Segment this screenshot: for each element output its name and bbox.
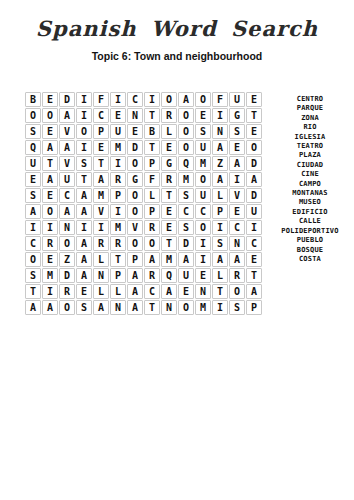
grid-cell[interactable]: R xyxy=(42,236,58,251)
grid-cell[interactable]: L xyxy=(144,188,160,203)
grid-cell[interactable]: I xyxy=(93,220,109,235)
word-list-item: CIUDAD xyxy=(297,161,324,170)
grid-cell[interactable]: N xyxy=(127,108,143,123)
word-list-item: CINE xyxy=(301,170,319,179)
grid-cell[interactable]: T xyxy=(76,172,92,187)
grid-cell[interactable]: A xyxy=(42,172,58,187)
grid-cell[interactable]: S xyxy=(229,124,245,139)
grid-cell[interactable]: N xyxy=(59,220,75,235)
grid-cell[interactable]: Q xyxy=(161,268,177,283)
grid-cell[interactable]: E xyxy=(42,188,58,203)
grid-cell[interactable]: G xyxy=(127,172,143,187)
grid-cell[interactable]: I xyxy=(195,236,211,251)
grid-cell[interactable]: I xyxy=(195,252,211,267)
grid-cell[interactable]: T xyxy=(93,156,109,171)
grid-cell[interactable]: I xyxy=(229,172,245,187)
grid-cell[interactable]: T xyxy=(144,140,160,155)
grid-cell[interactable]: D xyxy=(59,268,75,283)
grid-cell[interactable]: Q xyxy=(25,140,41,155)
word-list-item: RIO xyxy=(303,123,316,132)
grid-cell[interactable]: A xyxy=(246,284,262,299)
grid-cell[interactable]: O xyxy=(42,108,58,123)
grid-cell[interactable]: G xyxy=(229,108,245,123)
grid-cell[interactable]: O xyxy=(25,108,41,123)
grid-cell[interactable]: A xyxy=(42,140,58,155)
page-title: Spanish Word Search xyxy=(0,16,354,41)
grid-cell[interactable]: E xyxy=(195,268,211,283)
grid-cell[interactable]: I xyxy=(110,204,126,219)
grid-cell[interactable]: A xyxy=(127,300,143,315)
grid-cell[interactable]: P xyxy=(127,252,143,267)
grid-cell[interactable]: A xyxy=(127,284,143,299)
grid-cell[interactable]: E xyxy=(42,252,58,267)
grid-cell[interactable]: I xyxy=(25,220,41,235)
word-search-grid: BEDIFICIOAOFUEOOAICENTROEIGTSEVOPUEBLOSN… xyxy=(25,92,262,315)
grid-cell[interactable]: S xyxy=(229,300,245,315)
grid-cell[interactable]: O xyxy=(127,236,143,251)
grid-cell[interactable]: A xyxy=(229,252,245,267)
grid-cell[interactable]: P xyxy=(110,188,126,203)
grid-cell[interactable]: M xyxy=(178,172,194,187)
grid-cell[interactable]: S xyxy=(25,124,41,139)
grid-cell[interactable]: V xyxy=(59,124,75,139)
grid-cell[interactable]: I xyxy=(42,284,58,299)
grid-cell[interactable]: U xyxy=(25,156,41,171)
grid-cell[interactable]: S xyxy=(76,300,92,315)
grid-cell[interactable]: M xyxy=(195,300,211,315)
grid-cell[interactable]: A xyxy=(127,268,143,283)
grid-cell[interactable]: Q xyxy=(178,156,194,171)
grid-cell[interactable]: R xyxy=(93,236,109,251)
grid-cell[interactable]: I xyxy=(212,108,228,123)
grid-cell[interactable]: R xyxy=(229,268,245,283)
grid-cell[interactable]: R xyxy=(110,172,126,187)
grid-cell[interactable]: I xyxy=(76,108,92,123)
grid-cell[interactable]: L xyxy=(93,252,109,267)
grid-cell[interactable]: C xyxy=(144,284,160,299)
grid-cell[interactable]: E xyxy=(178,284,194,299)
grid-cell[interactable]: M xyxy=(93,188,109,203)
grid-cell[interactable]: E xyxy=(246,252,262,267)
grid-cell[interactable]: A xyxy=(93,172,109,187)
grid-cell[interactable]: C xyxy=(127,92,143,107)
grid-cell[interactable]: U xyxy=(229,92,245,107)
grid-cell[interactable]: S xyxy=(25,268,41,283)
grid-cell[interactable]: R xyxy=(161,108,177,123)
grid-cell[interactable]: T xyxy=(144,108,160,123)
word-list-item: BOSQUE xyxy=(297,246,324,255)
grid-cell[interactable]: I xyxy=(110,156,126,171)
grid-cell[interactable]: P xyxy=(246,300,262,315)
grid-cell[interactable]: Z xyxy=(212,156,228,171)
grid-cell[interactable]: S xyxy=(25,188,41,203)
grid-cell[interactable]: E xyxy=(229,204,245,219)
grid-cell[interactable]: A xyxy=(42,300,58,315)
grid-cell[interactable]: O xyxy=(178,108,194,123)
grid-cell[interactable]: R xyxy=(59,284,75,299)
grid-cell[interactable]: S xyxy=(76,156,92,171)
grid-cell[interactable]: A xyxy=(212,140,228,155)
grid-cell[interactable]: E xyxy=(76,284,92,299)
worksheet-page: Spanish Word Search Topic 6: Town and ne… xyxy=(0,0,354,500)
grid-cell[interactable]: E xyxy=(246,92,262,107)
grid-cell[interactable]: C xyxy=(246,236,262,251)
page-subtitle: Topic 6: Town and neighbourhood xyxy=(0,50,354,62)
grid-cell[interactable]: O xyxy=(178,300,194,315)
grid-cell[interactable]: V xyxy=(127,220,143,235)
grid-cell[interactable]: C xyxy=(178,204,194,219)
grid-cell[interactable]: D xyxy=(59,92,75,107)
grid-cell[interactable]: I xyxy=(144,92,160,107)
grid-cell[interactable]: S xyxy=(178,188,194,203)
grid-cell[interactable]: E xyxy=(110,108,126,123)
grid-cell[interactable]: T xyxy=(161,236,177,251)
grid-cell[interactable]: F xyxy=(93,92,109,107)
worksheet-content: BEDIFICIOAOFUEOOAICENTROEIGTSEVOPUEBLOSN… xyxy=(25,92,354,315)
grid-cell[interactable]: O xyxy=(42,204,58,219)
grid-cell[interactable]: I xyxy=(76,140,92,155)
grid-cell[interactable]: B xyxy=(144,124,160,139)
grid-cell[interactable]: S xyxy=(212,236,228,251)
grid-cell[interactable]: D xyxy=(178,236,194,251)
grid-cell[interactable]: F xyxy=(144,172,160,187)
word-list-item: PARQUE xyxy=(297,104,324,113)
word-list-item: EDIFICIO xyxy=(292,208,327,217)
word-list-item: CENTRO xyxy=(297,95,324,104)
grid-cell[interactable]: U xyxy=(195,188,211,203)
grid-cell[interactable]: C xyxy=(195,204,211,219)
word-list-item: PLAZA xyxy=(299,151,321,160)
grid-cell[interactable]: I xyxy=(42,220,58,235)
grid-cell[interactable]: A xyxy=(76,188,92,203)
grid-cell[interactable]: I xyxy=(110,92,126,107)
grid-cell[interactable]: A xyxy=(229,156,245,171)
grid-cell[interactable]: O xyxy=(25,252,41,267)
grid-cell[interactable]: T xyxy=(144,300,160,315)
grid-cell[interactable]: R xyxy=(110,236,126,251)
word-list-item: ZONA xyxy=(301,114,319,123)
grid-cell[interactable]: O xyxy=(59,300,75,315)
grid-cell[interactable]: A xyxy=(178,252,194,267)
grid-cell[interactable]: G xyxy=(161,156,177,171)
grid-cell[interactable]: O xyxy=(59,236,75,251)
grid-cell[interactable]: E xyxy=(161,220,177,235)
word-list-item: CAMPO xyxy=(299,180,321,189)
grid-cell[interactable]: T xyxy=(42,156,58,171)
grid-cell[interactable]: O xyxy=(161,92,177,107)
grid-cell[interactable]: O xyxy=(229,284,245,299)
grid-cell[interactable]: O xyxy=(76,124,92,139)
grid-cell[interactable]: A xyxy=(93,300,109,315)
worksheet-header: Spanish Word Search Topic 6: Town and ne… xyxy=(0,0,354,62)
grid-cell[interactable]: I xyxy=(212,300,228,315)
word-list-item: MONTANAS xyxy=(292,189,327,198)
grid-cell[interactable]: P xyxy=(144,204,160,219)
grid-cell[interactable]: C xyxy=(93,108,109,123)
grid-cell[interactable]: A xyxy=(76,204,92,219)
grid-cell[interactable]: N xyxy=(110,300,126,315)
grid-cell[interactable]: R xyxy=(144,220,160,235)
grid-cell[interactable]: V xyxy=(93,204,109,219)
word-list-item: MUSEO xyxy=(299,198,321,207)
grid-cell[interactable]: P xyxy=(144,156,160,171)
word-list-item: CALLE xyxy=(299,217,321,226)
grid-cell[interactable]: T xyxy=(212,284,228,299)
grid-cell[interactable]: A xyxy=(161,284,177,299)
grid-cell[interactable]: O xyxy=(127,204,143,219)
grid-cell[interactable]: I xyxy=(76,92,92,107)
grid-cell[interactable]: E xyxy=(229,140,245,155)
grid-cell[interactable]: I xyxy=(76,220,92,235)
grid-cell[interactable]: C xyxy=(59,188,75,203)
grid-cell[interactable]: A xyxy=(59,108,75,123)
grid-cell[interactable]: O xyxy=(144,236,160,251)
grid-cell[interactable]: A xyxy=(246,172,262,187)
grid-cell[interactable]: A xyxy=(76,236,92,251)
word-list-item: COSTA xyxy=(299,255,321,264)
grid-cell[interactable]: C xyxy=(25,236,41,251)
grid-cell[interactable]: D xyxy=(127,140,143,155)
grid-cell[interactable]: A xyxy=(59,140,75,155)
grid-cell[interactable]: M xyxy=(42,268,58,283)
grid-cell[interactable]: R xyxy=(144,268,160,283)
grid-cell[interactable]: E xyxy=(161,204,177,219)
grid-cell[interactable]: S xyxy=(178,220,194,235)
grid-cell[interactable]: N xyxy=(229,236,245,251)
grid-cell[interactable]: A xyxy=(76,252,92,267)
grid-cell[interactable]: M xyxy=(110,140,126,155)
grid-cell[interactable]: T xyxy=(246,268,262,283)
grid-cell[interactable]: E xyxy=(195,108,211,123)
grid-cell[interactable]: C xyxy=(229,220,245,235)
word-list-item: POLIDEPORTIVO xyxy=(281,227,338,236)
grid-cell[interactable]: P xyxy=(93,124,109,139)
grid-cell[interactable]: E xyxy=(127,124,143,139)
grid-cell[interactable]: D xyxy=(246,156,262,171)
grid-cell[interactable]: T xyxy=(25,284,41,299)
grid-cell[interactable]: L xyxy=(212,188,228,203)
grid-cell[interactable]: O xyxy=(127,188,143,203)
grid-cell[interactable]: Z xyxy=(59,252,75,267)
grid-cell[interactable]: E xyxy=(246,124,262,139)
grid-cell[interactable]: P xyxy=(110,268,126,283)
grid-cell[interactable]: E xyxy=(42,124,58,139)
grid-cell[interactable]: E xyxy=(42,92,58,107)
grid-cell[interactable]: A xyxy=(178,92,194,107)
grid-cell[interactable]: A xyxy=(25,204,41,219)
grid-cell[interactable]: O xyxy=(178,140,194,155)
grid-cell[interactable]: T xyxy=(110,252,126,267)
grid-cell[interactable]: A xyxy=(144,252,160,267)
grid-cell[interactable]: U xyxy=(59,172,75,187)
grid-cell[interactable]: O xyxy=(178,124,194,139)
grid-cell[interactable]: P xyxy=(212,204,228,219)
grid-cell[interactable]: L xyxy=(212,268,228,283)
grid-cell[interactable]: A xyxy=(212,172,228,187)
grid-cell[interactable]: B xyxy=(25,92,41,107)
grid-cell[interactable]: N xyxy=(195,284,211,299)
grid-cell[interactable]: S xyxy=(195,124,211,139)
grid-cell[interactable]: M xyxy=(195,156,211,171)
grid-cell[interactable]: A xyxy=(76,268,92,283)
grid-cell[interactable]: E xyxy=(93,140,109,155)
grid-cell[interactable]: N xyxy=(161,300,177,315)
grid-cell[interactable]: A xyxy=(25,300,41,315)
grid-cell[interactable]: N xyxy=(212,124,228,139)
grid-cell[interactable]: O xyxy=(195,172,211,187)
grid-cell[interactable]: A xyxy=(59,204,75,219)
grid-cell[interactable]: M xyxy=(110,220,126,235)
grid-cell[interactable]: L xyxy=(110,284,126,299)
grid-cell[interactable]: F xyxy=(212,92,228,107)
grid-cell[interactable]: O xyxy=(127,156,143,171)
grid-cell[interactable]: U xyxy=(110,124,126,139)
grid-cell[interactable]: L xyxy=(93,284,109,299)
grid-cell[interactable]: N xyxy=(93,268,109,283)
grid-cell[interactable]: T xyxy=(161,188,177,203)
grid-cell[interactable]: U xyxy=(195,140,211,155)
grid-cell[interactable]: R xyxy=(161,172,177,187)
grid-cell[interactable]: V xyxy=(59,156,75,171)
grid-cell[interactable]: L xyxy=(161,124,177,139)
grid-cell[interactable]: U xyxy=(246,204,262,219)
grid-cell[interactable]: V xyxy=(229,188,245,203)
grid-cell[interactable]: U xyxy=(178,268,194,283)
grid-cell[interactable]: I xyxy=(212,220,228,235)
grid-cell[interactable]: E xyxy=(25,172,41,187)
word-list-item: TEATRO xyxy=(297,142,324,151)
grid-cell[interactable]: D xyxy=(246,188,262,203)
grid-cell[interactable]: I xyxy=(246,220,262,235)
grid-cell[interactable]: O xyxy=(246,140,262,155)
word-list-item: PUEBLO xyxy=(297,236,324,245)
grid-cell[interactable]: M xyxy=(161,252,177,267)
word-list: CENTROPARQUEZONARIOIGLESIATEATROPLAZACIU… xyxy=(266,92,354,264)
grid-cell[interactable]: T xyxy=(246,108,262,123)
grid-cell[interactable]: O xyxy=(195,220,211,235)
word-list-item: IGLESIA xyxy=(295,133,326,142)
grid-cell[interactable]: E xyxy=(161,140,177,155)
grid-cell[interactable]: A xyxy=(212,252,228,267)
grid-cell[interactable]: O xyxy=(195,92,211,107)
